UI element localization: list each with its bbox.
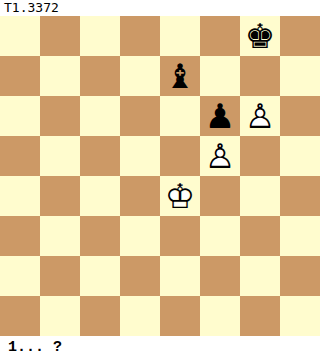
- square-f2[interactable]: [200, 256, 240, 296]
- square-d2[interactable]: [120, 256, 160, 296]
- square-f6[interactable]: ♟: [200, 96, 240, 136]
- square-b3[interactable]: [40, 216, 80, 256]
- square-h6[interactable]: [280, 96, 320, 136]
- square-b1[interactable]: [40, 296, 80, 336]
- square-e8[interactable]: [160, 16, 200, 56]
- square-a4[interactable]: [0, 176, 40, 216]
- square-g1[interactable]: [240, 296, 280, 336]
- square-a7[interactable]: [0, 56, 40, 96]
- chess-puzzle-diagram: T1.3372 ♚♝♟♟♙♟♙♚♔ 1... ?: [0, 0, 320, 360]
- square-e1[interactable]: [160, 296, 200, 336]
- white-piece-outline: ♙: [240, 96, 280, 136]
- puzzle-id-label: T1.3372: [0, 0, 320, 16]
- square-a2[interactable]: [0, 256, 40, 296]
- square-h2[interactable]: [280, 256, 320, 296]
- square-d4[interactable]: [120, 176, 160, 216]
- square-d5[interactable]: [120, 136, 160, 176]
- square-f3[interactable]: [200, 216, 240, 256]
- square-b6[interactable]: [40, 96, 80, 136]
- move-prompt-label: 1... ?: [0, 336, 320, 360]
- square-f5[interactable]: ♟♙: [200, 136, 240, 176]
- piece-white-king[interactable]: ♚♔: [160, 176, 200, 216]
- square-b2[interactable]: [40, 256, 80, 296]
- square-g7[interactable]: [240, 56, 280, 96]
- square-e2[interactable]: [160, 256, 200, 296]
- square-c8[interactable]: [80, 16, 120, 56]
- square-b5[interactable]: [40, 136, 80, 176]
- square-a5[interactable]: [0, 136, 40, 176]
- square-c4[interactable]: [80, 176, 120, 216]
- square-c1[interactable]: [80, 296, 120, 336]
- square-e6[interactable]: [160, 96, 200, 136]
- square-h4[interactable]: [280, 176, 320, 216]
- square-g8[interactable]: ♚: [240, 16, 280, 56]
- square-g6[interactable]: ♟♙: [240, 96, 280, 136]
- square-c6[interactable]: [80, 96, 120, 136]
- piece-black-king[interactable]: ♚: [240, 16, 280, 56]
- square-d8[interactable]: [120, 16, 160, 56]
- square-e3[interactable]: [160, 216, 200, 256]
- square-f1[interactable]: [200, 296, 240, 336]
- piece-black-pawn[interactable]: ♟: [200, 96, 240, 136]
- piece-white-pawn[interactable]: ♟♙: [200, 136, 240, 176]
- square-e4[interactable]: ♚♔: [160, 176, 200, 216]
- square-f8[interactable]: [200, 16, 240, 56]
- square-h5[interactable]: [280, 136, 320, 176]
- square-g2[interactable]: [240, 256, 280, 296]
- square-a1[interactable]: [0, 296, 40, 336]
- white-piece-outline: ♔: [160, 176, 200, 216]
- square-f4[interactable]: [200, 176, 240, 216]
- square-c2[interactable]: [80, 256, 120, 296]
- white-piece-outline: ♙: [200, 136, 240, 176]
- square-d6[interactable]: [120, 96, 160, 136]
- square-h8[interactable]: [280, 16, 320, 56]
- square-h7[interactable]: [280, 56, 320, 96]
- square-d3[interactable]: [120, 216, 160, 256]
- square-c7[interactable]: [80, 56, 120, 96]
- square-f7[interactable]: [200, 56, 240, 96]
- square-e7[interactable]: ♝: [160, 56, 200, 96]
- square-h3[interactable]: [280, 216, 320, 256]
- square-b8[interactable]: [40, 16, 80, 56]
- square-d1[interactable]: [120, 296, 160, 336]
- square-h1[interactable]: [280, 296, 320, 336]
- square-e5[interactable]: [160, 136, 200, 176]
- square-a8[interactable]: [0, 16, 40, 56]
- square-a6[interactable]: [0, 96, 40, 136]
- square-g4[interactable]: [240, 176, 280, 216]
- square-c5[interactable]: [80, 136, 120, 176]
- piece-black-bishop[interactable]: ♝: [160, 56, 200, 96]
- square-c3[interactable]: [80, 216, 120, 256]
- chess-board: ♚♝♟♟♙♟♙♚♔: [0, 16, 320, 336]
- square-g3[interactable]: [240, 216, 280, 256]
- square-g5[interactable]: [240, 136, 280, 176]
- piece-white-pawn[interactable]: ♟♙: [240, 96, 280, 136]
- square-b4[interactable]: [40, 176, 80, 216]
- square-b7[interactable]: [40, 56, 80, 96]
- square-a3[interactable]: [0, 216, 40, 256]
- square-d7[interactable]: [120, 56, 160, 96]
